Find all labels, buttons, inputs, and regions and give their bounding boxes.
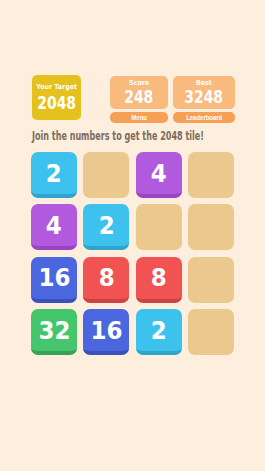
target-label: Your Target xyxy=(36,83,77,91)
menu-button-label: Menu xyxy=(131,114,147,121)
best-badge: Best 3248 xyxy=(173,76,235,109)
game-screen: Your Target 2048 Score 248 Best 3248 Men… xyxy=(0,0,265,471)
subtitle: Join the numbers to get the 2048 tile! xyxy=(32,129,204,143)
tile-number: 2 xyxy=(46,161,62,186)
leaderboard-button-label: Leaderboard xyxy=(186,114,222,121)
leaderboard-button[interactable]: Leaderboard xyxy=(173,112,235,123)
empty-cell-r2c3 xyxy=(136,204,182,250)
empty-cell-r1c2 xyxy=(83,152,129,198)
tile-number: 8 xyxy=(98,265,114,290)
tile-number: 4 xyxy=(151,161,167,186)
tile-32-r4c1: 32 xyxy=(31,309,77,355)
tile-number: 2 xyxy=(98,213,114,238)
empty-cell-r3c4 xyxy=(188,257,234,303)
tile-4-r1c3: 4 xyxy=(136,152,182,198)
target-badge: Your Target 2048 xyxy=(32,75,81,120)
best-label: Best xyxy=(196,79,212,87)
score-value: 248 xyxy=(124,89,153,106)
tile-16-r4c2: 16 xyxy=(83,309,129,355)
best-value: 3248 xyxy=(185,89,224,106)
tile-number: 32 xyxy=(38,318,70,343)
tile-number: 16 xyxy=(38,265,70,290)
empty-cell-r4c4 xyxy=(188,309,234,355)
target-value: 2048 xyxy=(37,95,76,112)
empty-cell-r1c4 xyxy=(188,152,234,198)
tile-2-r1c1: 2 xyxy=(31,152,77,198)
menu-button[interactable]: Menu xyxy=(110,112,168,123)
tile-4-r2c1: 4 xyxy=(31,204,77,250)
tile-number: 16 xyxy=(90,318,122,343)
empty-cell-r2c4 xyxy=(188,204,234,250)
tile-8-r3c2: 8 xyxy=(83,257,129,303)
score-badge: Score 248 xyxy=(110,76,168,109)
tile-8-r3c3: 8 xyxy=(136,257,182,303)
tile-number: 8 xyxy=(151,265,167,290)
game-board[interactable]: 2442168832162 xyxy=(31,152,234,355)
tile-number: 4 xyxy=(46,213,62,238)
tile-number: 2 xyxy=(151,318,167,343)
tile-2-r2c2: 2 xyxy=(83,204,129,250)
tile-2-r4c3: 2 xyxy=(136,309,182,355)
score-label: Score xyxy=(129,79,149,87)
tile-16-r3c1: 16 xyxy=(31,257,77,303)
